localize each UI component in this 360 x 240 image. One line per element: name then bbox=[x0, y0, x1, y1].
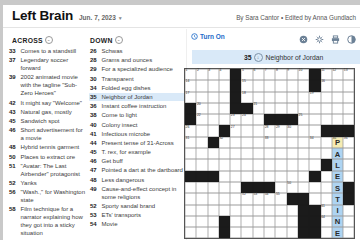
cell-r5c11[interactable]: 25 bbox=[298, 114, 309, 125]
cell-r8c9[interactable] bbox=[275, 148, 286, 159]
cell-r3c4[interactable] bbox=[219, 92, 230, 103]
cell-r13c6[interactable] bbox=[241, 205, 252, 216]
cell-r8c5[interactable] bbox=[230, 148, 241, 159]
cell-r3c1[interactable]: 17 bbox=[185, 92, 196, 103]
cell-r15c5[interactable] bbox=[230, 227, 241, 238]
cell-number: 16 bbox=[321, 80, 325, 83]
cell-r13c2[interactable] bbox=[196, 205, 207, 216]
down-clue-36[interactable]: 36Instant coffee instruction bbox=[89, 102, 186, 110]
cell-r6c3[interactable] bbox=[208, 125, 219, 136]
cell-number: 6 bbox=[253, 69, 255, 72]
cell-r13c1[interactable] bbox=[185, 205, 196, 216]
clue-number: 51 bbox=[9, 162, 18, 178]
date-picker[interactable]: Jun. 7, 2023 ▼ bbox=[79, 14, 123, 21]
cell-r5c13[interactable] bbox=[321, 114, 332, 125]
black-cell-r2c12 bbox=[309, 80, 320, 91]
cell-r10c4[interactable] bbox=[219, 171, 230, 182]
cell-r11c5[interactable] bbox=[230, 182, 241, 193]
cell-r13c7[interactable] bbox=[253, 205, 264, 216]
cell-r12c13[interactable] bbox=[321, 193, 332, 204]
cell-r14c13[interactable]: 64 bbox=[321, 216, 332, 227]
cell-r5c5[interactable]: 23 bbox=[230, 114, 241, 125]
cell-number: 26 bbox=[186, 126, 190, 129]
clue-text: ETs' transports bbox=[102, 211, 142, 219]
cell-r11c10[interactable]: 50 bbox=[287, 182, 298, 193]
cell-r3c11[interactable] bbox=[298, 92, 309, 103]
cell-r2c14[interactable] bbox=[332, 80, 343, 91]
clue-text: Yanks bbox=[21, 179, 37, 187]
cell-r12c3[interactable] bbox=[208, 193, 219, 204]
active-clue-bar[interactable]: 35 ↓ Neighbor of Jordan bbox=[192, 50, 360, 64]
cell-r4c10[interactable] bbox=[287, 103, 298, 114]
cell-r12c7[interactable]: 53 bbox=[253, 193, 264, 204]
cell-r14c2[interactable] bbox=[196, 216, 207, 227]
cell-r1c11[interactable]: 10 bbox=[298, 69, 309, 80]
cell-number: 52 bbox=[242, 193, 246, 196]
cell-r10c14[interactable]: E bbox=[332, 171, 343, 182]
clue-number: 28 bbox=[90, 56, 99, 64]
clue-number: 53 bbox=[90, 211, 99, 219]
cell-r10c5[interactable] bbox=[230, 171, 241, 182]
cell-number: 35 bbox=[332, 137, 336, 140]
cell-r4c15[interactable] bbox=[343, 103, 354, 114]
clue-text: Legendary soccer forward bbox=[21, 56, 87, 72]
down-clue-29[interactable]: 29For a specialized audience bbox=[89, 65, 186, 73]
across-clue-43[interactable]: 43Natural gas, mostly bbox=[8, 108, 88, 116]
cell-r10c9[interactable] bbox=[275, 171, 286, 182]
cell-r8c10[interactable] bbox=[287, 148, 298, 159]
across-clue-51[interactable]: 51"Avatar: The Last Airbender" protagoni… bbox=[8, 162, 88, 178]
down-clue-28[interactable]: 28Grams and ounces bbox=[89, 56, 186, 64]
cell-letter: L bbox=[335, 162, 340, 170]
cell-r6c10[interactable]: 30 bbox=[287, 125, 298, 136]
across-clue-42[interactable]: 42It might say "Welcome" bbox=[8, 99, 88, 107]
settings-gear-icon[interactable] bbox=[315, 35, 324, 44]
clue-text: Get buff bbox=[102, 157, 123, 165]
cell-letter: P bbox=[335, 139, 340, 147]
cell-r3c9[interactable] bbox=[275, 92, 286, 103]
cell-number: 18 bbox=[242, 92, 246, 95]
cell-r13c3[interactable] bbox=[208, 205, 219, 216]
cell-r9c1[interactable] bbox=[185, 159, 196, 170]
cell-r9c6[interactable] bbox=[241, 159, 252, 170]
clue-text: Present tense of 31-Across bbox=[102, 139, 174, 147]
cell-number: 1 bbox=[186, 69, 188, 72]
cell-r11c4[interactable] bbox=[219, 182, 230, 193]
down-clue-48[interactable]: 48Less dangerous bbox=[89, 176, 186, 184]
cell-r12c6[interactable]: 52 bbox=[241, 193, 252, 204]
black-cell-r15c4 bbox=[219, 227, 230, 238]
cell-r10c11[interactable] bbox=[298, 171, 309, 182]
cell-r5c4[interactable] bbox=[219, 114, 230, 125]
cell-r7c7[interactable] bbox=[253, 137, 264, 148]
down-clue-53[interactable]: 53ETs' transports bbox=[89, 211, 186, 219]
cell-r13c5[interactable] bbox=[230, 205, 241, 216]
cell-r8c3[interactable] bbox=[208, 148, 219, 159]
cell-r15c10[interactable] bbox=[287, 227, 298, 238]
across-clue-33[interactable]: 33Comes to a standstill bbox=[8, 47, 88, 55]
print-icon[interactable] bbox=[331, 35, 340, 44]
black-cell-r9c13 bbox=[321, 159, 332, 170]
cell-number: 22 bbox=[197, 114, 201, 117]
across-clue-52[interactable]: 52Yanks bbox=[8, 179, 88, 187]
cell-r1c9[interactable]: 8 bbox=[275, 69, 286, 80]
clue-text: Instant coffee instruction bbox=[102, 102, 167, 110]
cell-r15c9[interactable] bbox=[275, 227, 286, 238]
cell-r9c12[interactable] bbox=[309, 159, 320, 170]
cell-r12c1[interactable] bbox=[185, 193, 196, 204]
clear-icon[interactable] bbox=[299, 35, 308, 44]
cell-r8c7[interactable] bbox=[253, 148, 264, 159]
cell-r9c14[interactable]: L bbox=[332, 159, 343, 170]
cell-r15c3[interactable] bbox=[208, 227, 219, 238]
cell-r6c6[interactable] bbox=[241, 125, 252, 136]
cell-r12c4[interactable] bbox=[219, 193, 230, 204]
clue-text: Pointed a dart at the dartboard bbox=[102, 166, 183, 174]
cell-number: 55 bbox=[276, 193, 280, 196]
cell-r2c7[interactable] bbox=[253, 80, 264, 91]
down-clue-45[interactable]: 45T. rex, for example bbox=[89, 148, 186, 156]
cell-number: 12 bbox=[332, 69, 336, 72]
cell-r5c14[interactable] bbox=[332, 114, 343, 125]
cell-r5c2[interactable]: 22 bbox=[196, 114, 207, 125]
cell-letter: E bbox=[335, 173, 340, 181]
cell-number: 64 bbox=[321, 216, 325, 219]
cell-r9c8[interactable] bbox=[264, 159, 275, 170]
cell-r2c6[interactable]: 15 bbox=[241, 80, 252, 91]
cell-r8c11[interactable] bbox=[298, 148, 309, 159]
down-clue-52[interactable]: 52Sporty sandal brand bbox=[89, 202, 186, 210]
cell-r7c2[interactable] bbox=[196, 137, 207, 148]
cell-number: 3 bbox=[208, 69, 210, 72]
cell-r1c2[interactable]: 2 bbox=[196, 69, 207, 80]
cell-number: 27 bbox=[231, 126, 235, 129]
clue-text: Come to light bbox=[102, 111, 137, 119]
cell-r2c9[interactable] bbox=[275, 80, 286, 91]
cell-r8c12[interactable] bbox=[309, 148, 320, 159]
across-clue-37[interactable]: 37Legendary soccer forward bbox=[8, 56, 88, 72]
cell-r13c4[interactable] bbox=[219, 205, 230, 216]
cell-r13c8[interactable] bbox=[264, 205, 275, 216]
down-clue-46[interactable]: 46Get buff bbox=[89, 157, 186, 165]
cell-r8c4[interactable] bbox=[219, 148, 230, 159]
cell-r3c3[interactable] bbox=[208, 92, 219, 103]
cell-r14c6[interactable] bbox=[241, 216, 252, 227]
cell-r2c2[interactable] bbox=[196, 80, 207, 91]
cell-r3c8[interactable] bbox=[264, 92, 275, 103]
cell-number: 34 bbox=[310, 137, 314, 140]
cell-r15c6[interactable] bbox=[241, 227, 252, 238]
cell-r13c14[interactable]: I bbox=[332, 205, 343, 216]
cell-r1c10[interactable]: 9 bbox=[287, 69, 298, 80]
cell-r3c6[interactable]: 18 bbox=[241, 92, 252, 103]
cell-r14c8[interactable] bbox=[264, 216, 275, 227]
down-clue-38[interactable]: 38Come to light bbox=[89, 111, 186, 119]
clue-number: 54 bbox=[90, 220, 99, 228]
cell-r6c11[interactable] bbox=[298, 125, 309, 136]
cell-letter: E bbox=[335, 230, 340, 238]
cell-r9c11[interactable] bbox=[298, 159, 309, 170]
across-clue-46[interactable]: 46Short advertisement for a movie bbox=[8, 126, 88, 142]
down-clue-26[interactable]: 26Schwas bbox=[89, 47, 186, 55]
cell-r7c4[interactable]: 32 bbox=[219, 137, 230, 148]
cell-r14c7[interactable] bbox=[253, 216, 264, 227]
black-cell-r6c13 bbox=[321, 125, 332, 136]
cell-r12c5[interactable] bbox=[230, 193, 241, 204]
clue-text: Infectious microbe bbox=[102, 130, 151, 138]
cell-number: 30 bbox=[287, 126, 291, 129]
cell-r8c6[interactable] bbox=[241, 148, 252, 159]
cell-r2c11[interactable] bbox=[298, 80, 309, 91]
clue-text: Less dangerous bbox=[102, 176, 145, 184]
clue-text: Hybrid tennis garment bbox=[21, 143, 80, 151]
cell-r11c13[interactable] bbox=[321, 182, 332, 193]
cell-r13c9[interactable] bbox=[275, 205, 286, 216]
cell-r9c9[interactable] bbox=[275, 159, 286, 170]
down-clue-30[interactable]: 30Transparent bbox=[89, 75, 186, 83]
cell-r2c10[interactable] bbox=[287, 80, 298, 91]
cell-r15c7[interactable] bbox=[253, 227, 264, 238]
down-header: DOWN⌄ bbox=[90, 36, 123, 44]
cell-r11c3[interactable] bbox=[208, 182, 219, 193]
cell-r14c10[interactable] bbox=[287, 216, 298, 227]
cell-r9c7[interactable] bbox=[253, 159, 264, 170]
cell-number: 53 bbox=[253, 193, 257, 196]
black-cell-r1c12 bbox=[309, 69, 320, 80]
cell-r7c12[interactable]: 34 bbox=[309, 137, 320, 148]
cell-r7c15[interactable]: 36 bbox=[343, 137, 354, 148]
clue-text: Movie bbox=[102, 220, 118, 228]
black-cell-r5c10 bbox=[287, 114, 298, 125]
clue-number: 40 bbox=[90, 121, 99, 129]
cell-letter: I bbox=[336, 207, 338, 215]
clue-text: Schwas bbox=[102, 47, 123, 55]
cell-r4c3[interactable] bbox=[208, 103, 219, 114]
cell-letter: T bbox=[335, 196, 340, 204]
cell-r7c14[interactable]: 35P bbox=[332, 137, 343, 148]
cell-r11c14[interactable]: S bbox=[332, 182, 343, 193]
black-cell-r14c12 bbox=[309, 216, 320, 227]
clue-number: 45 bbox=[9, 117, 18, 125]
cell-r3c12[interactable]: 19 bbox=[309, 92, 320, 103]
cell-r7c13[interactable] bbox=[321, 137, 332, 148]
cell-number: 24 bbox=[242, 114, 246, 117]
cell-r2c8[interactable] bbox=[264, 80, 275, 91]
timer-toggle[interactable]: Turn On bbox=[191, 33, 225, 40]
cell-r12c2[interactable] bbox=[196, 193, 207, 204]
cell-r2c3[interactable] bbox=[208, 80, 219, 91]
collapse-across-icon[interactable]: ⌄ bbox=[45, 36, 53, 44]
across-clue-58[interactable]: 58Film technique for a narrator explaini… bbox=[8, 205, 88, 237]
cell-r3c13[interactable] bbox=[321, 92, 332, 103]
black-cell-r10c3 bbox=[208, 171, 219, 182]
cell-r14c9[interactable] bbox=[275, 216, 286, 227]
cell-r15c15[interactable] bbox=[343, 227, 354, 238]
across-clue-56[interactable]: 56"Wash.," for Washington state bbox=[8, 188, 88, 204]
black-cell-r12c10 bbox=[287, 193, 298, 204]
clue-number: 35 bbox=[90, 93, 99, 101]
down-clue-49[interactable]: 49Cause-and-effect concept in some relig… bbox=[89, 185, 186, 201]
cell-r3c14[interactable] bbox=[332, 92, 343, 103]
cell-r15c14[interactable]: E bbox=[332, 227, 343, 238]
cell-r9c5[interactable] bbox=[230, 159, 241, 170]
cell-r4c8[interactable] bbox=[264, 103, 275, 114]
cell-r12c12[interactable] bbox=[309, 193, 320, 204]
cell-r5c12[interactable] bbox=[309, 114, 320, 125]
cell-r8c8[interactable] bbox=[264, 148, 275, 159]
cell-r2c13[interactable]: 16 bbox=[321, 80, 332, 91]
cell-r11c11[interactable] bbox=[298, 182, 309, 193]
cell-r1c7[interactable]: 6 bbox=[253, 69, 264, 80]
clue-text: Cause-and-effect concept in some religio… bbox=[102, 185, 185, 201]
cell-number: 9 bbox=[287, 69, 289, 72]
cell-r2c15[interactable] bbox=[343, 80, 354, 91]
cell-r11c2[interactable] bbox=[196, 182, 207, 193]
cell-r1c8[interactable]: 7 bbox=[264, 69, 275, 80]
cell-r9c10[interactable] bbox=[287, 159, 298, 170]
cell-r2c4[interactable] bbox=[219, 80, 230, 91]
collapse-down-icon[interactable]: ⌄ bbox=[115, 36, 123, 44]
cell-r9c15[interactable] bbox=[343, 159, 354, 170]
cell-r4c7[interactable]: 21 bbox=[253, 103, 264, 114]
cell-r15c13[interactable] bbox=[321, 227, 332, 238]
cell-r9c3[interactable] bbox=[208, 159, 219, 170]
cell-r7c8[interactable]: 33 bbox=[264, 137, 275, 148]
clock-icon bbox=[191, 33, 198, 40]
clue-number: 46 bbox=[9, 126, 18, 142]
down-clue-40[interactable]: 40Colony insect bbox=[89, 121, 186, 129]
grid-toolbar bbox=[299, 35, 356, 44]
cell-r10c7[interactable] bbox=[253, 171, 264, 182]
cell-r10c6[interactable] bbox=[241, 171, 252, 182]
cell-r6c2[interactable] bbox=[196, 125, 207, 136]
cell-number: 20 bbox=[197, 103, 201, 106]
across-clue-39[interactable]: 392002 animated movie with the tagline "… bbox=[8, 73, 88, 97]
cell-r4c9[interactable] bbox=[275, 103, 286, 114]
across-clue-45[interactable]: 45Sandwich spot bbox=[8, 117, 88, 125]
cell-r7c9[interactable] bbox=[275, 137, 286, 148]
clue-text: Sporty sandal brand bbox=[102, 202, 156, 210]
across-clue-50[interactable]: 50Places to extract ore bbox=[8, 153, 88, 161]
clue-number: 34 bbox=[90, 84, 99, 92]
down-clue-54[interactable]: 54Movie bbox=[89, 220, 186, 228]
cell-r3c10[interactable] bbox=[287, 92, 298, 103]
cell-r1c4[interactable]: 4 bbox=[219, 69, 230, 80]
cell-r8c1[interactable] bbox=[185, 148, 196, 159]
down-clue-34[interactable]: 34Folded egg dishes bbox=[89, 84, 186, 92]
cell-r3c15[interactable] bbox=[343, 92, 354, 103]
cell-r5c3[interactable] bbox=[208, 114, 219, 125]
cell-r14c3[interactable] bbox=[208, 216, 219, 227]
cell-r6c7[interactable] bbox=[253, 125, 264, 136]
cell-r14c1[interactable] bbox=[185, 216, 196, 227]
cell-r7c6[interactable] bbox=[241, 137, 252, 148]
cell-r15c2[interactable] bbox=[196, 227, 207, 238]
clue-number: 47 bbox=[90, 166, 99, 174]
clue-text: Transparent bbox=[102, 75, 134, 83]
cell-number: 36 bbox=[344, 137, 348, 140]
cell-r1c15[interactable]: 13 bbox=[343, 69, 354, 80]
cell-r1c14[interactable]: 12 bbox=[332, 69, 343, 80]
cell-number: 23 bbox=[231, 114, 235, 117]
cell-r13c15[interactable] bbox=[343, 205, 354, 216]
cell-r10c13[interactable] bbox=[321, 171, 332, 182]
cell-r8c13[interactable] bbox=[321, 148, 332, 159]
black-cell-r14c11 bbox=[298, 216, 309, 227]
cell-r12c8[interactable]: 54 bbox=[264, 193, 275, 204]
clue-number: 30 bbox=[90, 75, 99, 83]
cell-number: 31 bbox=[186, 137, 190, 140]
cell-r14c14[interactable]: N bbox=[332, 216, 343, 227]
cell-r10c15[interactable] bbox=[343, 171, 354, 182]
cell-r11c1[interactable] bbox=[185, 182, 196, 193]
clue-number: 48 bbox=[90, 176, 99, 184]
cell-r4c13[interactable] bbox=[321, 103, 332, 114]
cell-number: 17 bbox=[186, 92, 190, 95]
cell-r5c7[interactable] bbox=[253, 114, 264, 125]
black-cell-r10c2 bbox=[196, 171, 207, 182]
cell-number: 4 bbox=[219, 69, 221, 72]
cell-r4c14[interactable] bbox=[332, 103, 343, 114]
down-clue-47[interactable]: 47Pointed a dart at the dartboard bbox=[89, 166, 186, 174]
cell-r10c8[interactable] bbox=[264, 171, 275, 182]
across-clue-48[interactable]: 48Hybrid tennis garment bbox=[8, 143, 88, 151]
cell-r9c2[interactable] bbox=[196, 159, 207, 170]
cell-letter: A bbox=[335, 151, 340, 159]
page-title: Left Brain bbox=[12, 8, 73, 23]
cell-number: 32 bbox=[219, 137, 223, 140]
down-clue-41[interactable]: 41Infectious microbe bbox=[89, 130, 186, 138]
cell-r7c10[interactable] bbox=[287, 137, 298, 148]
clue-text: It might say "Welcome" bbox=[21, 99, 83, 107]
cell-r15c8[interactable] bbox=[264, 227, 275, 238]
clue-text: T. rex, for example bbox=[102, 148, 151, 156]
cell-r14c15[interactable] bbox=[343, 216, 354, 227]
cell-r5c6[interactable]: 24 bbox=[241, 114, 252, 125]
cell-number: 7 bbox=[265, 69, 267, 72]
cell-r6c9[interactable]: 29 bbox=[275, 125, 286, 136]
down-clue-44[interactable]: 44Present tense of 31-Across bbox=[89, 139, 186, 147]
cell-r7c11[interactable] bbox=[298, 137, 309, 148]
cell-r9c4[interactable] bbox=[219, 159, 230, 170]
cell-r12c14[interactable]: T bbox=[332, 193, 343, 204]
cell-r14c5[interactable] bbox=[230, 216, 241, 227]
cell-r8c14[interactable]: A bbox=[332, 148, 343, 159]
cell-r12c9[interactable]: 55 bbox=[275, 193, 286, 204]
cell-r4c4[interactable] bbox=[219, 103, 230, 114]
cell-r2c1[interactable]: 14 bbox=[185, 80, 196, 91]
clue-direction-icon[interactable]: ↓ bbox=[254, 53, 263, 62]
cell-r1c3[interactable]: 3 bbox=[208, 69, 219, 80]
cell-r4c12[interactable] bbox=[309, 103, 320, 114]
cell-r5c15[interactable] bbox=[343, 114, 354, 125]
cell-r7c5[interactable] bbox=[230, 137, 241, 148]
black-cell-r13c11 bbox=[298, 205, 309, 216]
cell-r11c12[interactable] bbox=[309, 182, 320, 193]
across-clue-list: 33Comes to a standstill37Legendary socce… bbox=[8, 47, 88, 240]
down-clue-35[interactable]: 35Neighbor of Jordan bbox=[89, 93, 186, 101]
cell-r13c10[interactable] bbox=[287, 205, 298, 216]
cell-number: 10 bbox=[299, 69, 303, 72]
cell-r7c1[interactable]: 31 bbox=[185, 137, 196, 148]
app-window: { "game": "crossword", "position": "....… bbox=[0, 0, 360, 240]
cell-r8c15[interactable] bbox=[343, 148, 354, 159]
cell-r6c5[interactable]: 27 bbox=[230, 125, 241, 136]
clue-number: 43 bbox=[9, 108, 18, 116]
cell-r8c2[interactable] bbox=[196, 148, 207, 159]
contrast-icon[interactable] bbox=[347, 35, 356, 44]
cell-r15c1[interactable] bbox=[185, 227, 196, 238]
